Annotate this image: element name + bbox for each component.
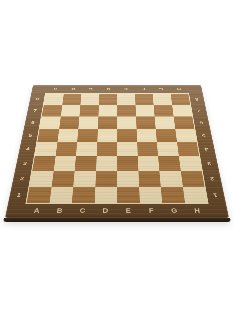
square-a6 (40, 116, 61, 128)
square-c6 (78, 116, 98, 128)
rank-label-4: 4 (197, 142, 216, 156)
square-g1 (161, 186, 185, 203)
square-d2 (95, 171, 117, 187)
file-label-c: C (71, 203, 95, 218)
rank-label-7: 7 (190, 105, 207, 117)
square-b3 (53, 156, 75, 171)
rank-label-6: 6 (192, 116, 210, 128)
square-c8 (80, 94, 99, 105)
square-h4 (177, 142, 199, 156)
square-e7 (117, 105, 136, 117)
file-label-e: E (117, 85, 135, 94)
square-d4 (96, 142, 117, 156)
square-f8 (135, 94, 154, 105)
square-a2 (30, 171, 54, 187)
square-c2 (73, 171, 96, 187)
square-d8 (99, 94, 117, 105)
square-b7 (61, 105, 81, 117)
square-f1 (139, 186, 162, 203)
file-label-b: B (47, 203, 72, 218)
square-b4 (55, 142, 77, 156)
square-f3 (138, 156, 160, 171)
square-h1 (183, 186, 208, 203)
product-photo: ABCDEFGH ABCDEFGH 87654321 87654321 (0, 0, 234, 313)
square-c5 (77, 129, 97, 142)
file-label-a: A (46, 85, 65, 94)
file-label-g: G (162, 203, 187, 218)
rank-label-5: 5 (21, 129, 40, 142)
square-d1 (94, 186, 117, 203)
rank-label-7: 7 (26, 105, 43, 117)
rank-label-4: 4 (18, 142, 37, 156)
square-h5 (175, 129, 197, 142)
file-label-g: G (152, 85, 171, 94)
square-b2 (51, 171, 74, 187)
rank-label-1: 1 (8, 186, 29, 203)
square-c3 (75, 156, 97, 171)
square-e1 (117, 186, 140, 203)
square-g3 (158, 156, 180, 171)
file-label-a: A (24, 203, 49, 218)
square-d6 (98, 116, 117, 128)
square-h8 (170, 94, 190, 105)
square-a4 (35, 142, 57, 156)
square-f5 (136, 129, 156, 142)
square-d7 (98, 105, 117, 117)
square-c7 (79, 105, 98, 117)
file-label-f: F (140, 203, 164, 218)
rank-label-1: 1 (204, 186, 225, 203)
square-g2 (159, 171, 182, 187)
board-field (25, 93, 208, 204)
square-a5 (37, 129, 59, 142)
square-f6 (136, 116, 156, 128)
file-label-f: F (134, 85, 152, 94)
square-e8 (117, 94, 135, 105)
file-labels-top: ABCDEFGH (46, 85, 188, 94)
rank-label-3: 3 (199, 156, 219, 171)
square-b5 (57, 129, 78, 142)
board-side-edge (3, 218, 231, 222)
rank-label-5: 5 (194, 129, 213, 142)
square-a8 (44, 94, 64, 105)
square-g4 (157, 142, 179, 156)
square-b6 (59, 116, 79, 128)
rank-label-2: 2 (12, 171, 33, 187)
square-g7 (154, 105, 174, 117)
square-d3 (96, 156, 117, 171)
square-g8 (153, 94, 172, 105)
square-e4 (117, 142, 138, 156)
square-f2 (138, 171, 161, 187)
square-g5 (156, 129, 177, 142)
rank-label-3: 3 (15, 156, 35, 171)
square-f4 (137, 142, 158, 156)
square-a7 (42, 105, 62, 117)
file-label-b: B (64, 85, 83, 94)
rank-label-2: 2 (202, 171, 223, 187)
square-e5 (117, 129, 137, 142)
file-label-h: H (185, 203, 210, 218)
square-e2 (117, 171, 139, 187)
file-label-d: D (94, 203, 117, 218)
rank-label-6: 6 (24, 116, 42, 128)
square-e3 (117, 156, 138, 171)
file-label-h: H (169, 85, 188, 94)
square-c1 (72, 186, 95, 203)
square-c4 (76, 142, 97, 156)
square-a1 (27, 186, 52, 203)
file-labels-bottom: ABCDEFGH (24, 203, 210, 218)
square-h7 (172, 105, 192, 117)
file-label-c: C (81, 85, 99, 94)
square-d5 (97, 129, 117, 142)
square-f7 (135, 105, 154, 117)
rank-label-8: 8 (188, 94, 205, 105)
square-b8 (62, 94, 81, 105)
square-h3 (179, 156, 202, 171)
chessboard: ABCDEFGH ABCDEFGH 87654321 87654321 (5, 85, 229, 218)
rank-label-8: 8 (29, 94, 46, 105)
square-b1 (49, 186, 73, 203)
square-g6 (155, 116, 175, 128)
square-h6 (173, 116, 194, 128)
square-h2 (181, 171, 205, 187)
file-label-e: E (117, 203, 140, 218)
file-label-d: D (99, 85, 117, 94)
square-e6 (117, 116, 136, 128)
square-a3 (32, 156, 55, 171)
